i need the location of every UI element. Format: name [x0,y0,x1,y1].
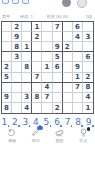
cell-r6c8[interactable]: 1 [73,73,83,83]
cell-r6c1[interactable]: 5 [2,73,12,83]
pad-digit-dot [71,125,73,127]
cell-r4c5[interactable] [42,52,52,62]
cell-r6c3[interactable] [22,73,32,83]
cell-r2c7[interactable] [63,32,73,42]
cell-r1c4[interactable]: 1 [32,22,42,32]
cell-r4c4[interactable] [32,52,42,62]
timer-label: 时间 00:00 [47,13,68,20]
erase-button[interactable]: 擦除 [48,128,70,143]
pad-digit-dot [81,125,83,127]
cell-r2c4[interactable]: 2 [32,32,42,42]
cell-r2c3[interactable] [22,32,32,42]
pad-digit-dot [18,125,20,127]
cell-r8c5[interactable]: 7 [42,93,52,103]
pad-digit-dot [50,125,52,127]
cell-r4c9[interactable]: 6 [83,52,93,62]
app-chip-icon[interactable] [12,0,19,4]
stats-row: 简单 错误: 1 时间 00:00 1级 [0,13,95,20]
cell-r7c2[interactable] [12,83,22,93]
notes-button[interactable]: 笔记 [25,128,47,143]
cell-r5c6[interactable]: 6 [53,62,63,72]
pad-digit-dot [60,125,62,127]
notes-toggle-badge [37,126,43,130]
cell-r9c2[interactable] [12,103,22,113]
cell-r5c1[interactable]: 2 [2,62,12,72]
cell-r4c1[interactable] [2,52,12,62]
cell-r1c9[interactable] [83,22,93,32]
toolbar: 撤销 笔记 擦除 提示 [0,128,95,146]
cell-r7c9[interactable]: 8 [83,83,93,93]
notes-label: 笔记 [32,138,40,143]
cell-r1c1[interactable] [2,22,12,32]
pause-circle-button[interactable] [77,0,87,8]
cell-r7c5[interactable]: 4 [42,83,52,93]
cell-r8c3[interactable]: 3 [22,93,32,103]
hint-label: 提示 [79,138,87,143]
cell-r4c7[interactable] [63,52,73,62]
cell-r9c9[interactable]: 1 [83,103,93,113]
cell-r2c2[interactable]: 9 [12,32,22,42]
erase-label: 擦除 [55,138,63,143]
level-label: 1级 [85,13,92,20]
pad-digit-6[interactable]: 6 [54,117,62,128]
pad-digit-7[interactable]: 7 [65,117,73,128]
cell-r2c5[interactable] [42,32,52,42]
cell-r8c1[interactable]: 9 [2,93,12,103]
cell-r7c6[interactable] [53,83,63,93]
cell-r1c7[interactable] [63,22,73,32]
app-chip-icon[interactable] [22,0,29,4]
cell-r9c7[interactable] [63,103,73,113]
cell-r5c2[interactable] [12,62,22,72]
cell-r6c6[interactable] [53,73,63,83]
pad-digit-3[interactable]: 3 [23,117,31,128]
cell-r7c1[interactable] [2,83,12,93]
number-pad: 123456789 [0,116,95,128]
cell-r9c1[interactable]: 8 [2,103,12,113]
undo-button[interactable]: 撤销 [1,128,23,143]
pad-digit-dot [92,125,94,127]
cell-r1c5[interactable] [42,22,52,32]
cell-r9c4[interactable] [32,103,42,113]
hint-count-badge [87,127,91,131]
cell-r7c8[interactable]: 7 [73,83,83,93]
settings-circle-button[interactable] [62,0,71,7]
cell-r9c5[interactable] [42,103,52,113]
cell-r3c9[interactable] [83,42,93,52]
cell-r3c8[interactable] [73,42,83,52]
cell-r5c5[interactable]: 1 [42,62,52,72]
cell-r9c6[interactable]: 2 [53,103,63,113]
cell-r2c9[interactable]: 3 [83,32,93,42]
pad-digit-2[interactable]: 2 [12,117,20,128]
cell-r8c8[interactable] [73,93,83,103]
cell-r5c9[interactable] [83,62,93,72]
cell-r8c7[interactable] [63,93,73,103]
cell-r6c5[interactable] [42,73,52,83]
cell-r5c3[interactable]: 8 [22,62,32,72]
cell-r3c3[interactable]: 1 [22,42,32,52]
cell-r2c1[interactable] [2,32,12,42]
cell-r2c6[interactable] [53,32,63,42]
cell-r1c2[interactable]: 2 [12,22,22,32]
cell-r6c2[interactable] [12,73,22,83]
cell-r1c6[interactable]: 7 [53,22,63,32]
difficulty-label: 简单 [2,13,10,20]
undo-icon [7,128,16,137]
cell-r8c6[interactable] [53,93,63,103]
cell-r3c4[interactable] [32,42,42,52]
pad-digit-dot [8,125,10,127]
cell-r3c2[interactable]: 8 [12,42,22,52]
cell-r7c4[interactable] [32,83,42,93]
cell-r3c7[interactable]: 2 [63,42,73,52]
pad-digit-dot [29,125,31,127]
cell-r8c9[interactable]: 4 [83,93,93,103]
pad-digit-5[interactable]: 5 [44,117,52,128]
cell-r5c8[interactable]: 9 [73,62,83,72]
hint-button[interactable]: 提示 [72,128,94,143]
cell-r9c3[interactable]: 4 [22,103,32,113]
cell-r6c7[interactable] [63,73,73,83]
cell-r3c6[interactable]: 9 [53,42,63,52]
cell-r9c8[interactable] [73,103,83,113]
undo-label: 撤销 [8,138,16,143]
cell-r8c4[interactable]: 8 [32,93,42,103]
sudoku-grid: 217692438192356281695712478938748421 [1,21,94,114]
cell-r1c3[interactable] [22,22,32,32]
cell-r4c2[interactable]: 3 [12,52,22,62]
cell-r5c7[interactable] [63,62,73,72]
cell-r7c7[interactable] [63,83,73,93]
cell-r7c3[interactable] [22,83,32,93]
cell-r6c9[interactable]: 2 [83,73,93,83]
mistakes-label: 错误: 1 [20,13,33,20]
app-chip-icon[interactable] [2,0,9,4]
cell-r1c8[interactable]: 6 [73,22,83,32]
cell-r4c3[interactable] [22,52,32,62]
cell-r3c1[interactable] [2,42,12,52]
cell-r4c8[interactable] [73,52,83,62]
cell-r3c5[interactable] [42,42,52,52]
pad-digit-1[interactable]: 1 [1,117,9,128]
cell-r8c2[interactable] [12,93,22,103]
pad-digit-8[interactable]: 8 [75,117,83,128]
cell-r4c6[interactable]: 5 [53,52,63,62]
cell-r2c8[interactable]: 4 [73,32,83,42]
cell-r6c4[interactable]: 7 [32,73,42,83]
eraser-icon [55,128,64,137]
cell-r5c4[interactable] [32,62,42,72]
